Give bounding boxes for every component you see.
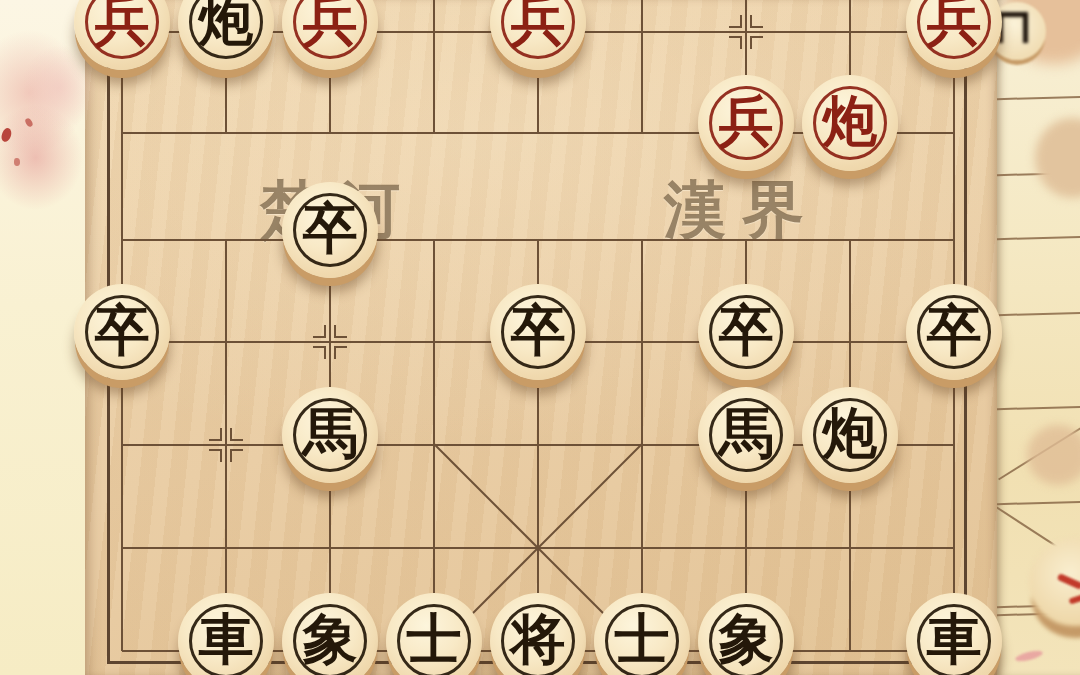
piece-glyph: 将 [511, 612, 566, 667]
piece-glyph: 炮 [823, 406, 878, 461]
piece-black[interactable]: 馬 [698, 387, 794, 483]
piece-glyph: 兵 [719, 94, 774, 149]
blurred-glyph [998, 12, 1028, 43]
piece-black[interactable]: 卒 [906, 284, 1002, 380]
piece-black[interactable]: 卒 [698, 284, 794, 380]
piece-glyph: 馬 [719, 406, 774, 461]
blurred-hand [1027, 425, 1080, 485]
piece-black[interactable]: 車 [906, 593, 1002, 675]
piece-red[interactable]: 炮 [802, 75, 898, 171]
piece-black[interactable]: 炮 [802, 387, 898, 483]
piece-glyph: 車 [199, 612, 254, 667]
piece-glyph: 卒 [95, 303, 150, 358]
piece-glyph: 卒 [719, 303, 774, 358]
piece-glyph: 炮 [823, 94, 878, 149]
piece-glyph: 象 [303, 612, 358, 667]
background-board-line [997, 236, 1080, 240]
piece-black[interactable]: 卒 [282, 182, 378, 278]
piece-black[interactable]: 馬 [282, 387, 378, 483]
petal [1014, 649, 1043, 664]
piece-glyph: 炮 [199, 0, 254, 48]
piece-black[interactable]: 象 [698, 593, 794, 675]
piece-glyph: 兵 [927, 0, 982, 48]
piece-black[interactable]: 象 [282, 593, 378, 675]
piece-glyph: 象 [719, 612, 774, 667]
piece-glyph: 卒 [303, 201, 358, 256]
piece-glyph: 兵 [511, 0, 566, 48]
blurred-hand [1035, 118, 1080, 198]
grid-line [641, 0, 643, 133]
piece-black[interactable]: 卒 [74, 284, 170, 380]
point-marker [209, 428, 243, 462]
piece-black[interactable]: 炮 [178, 0, 274, 70]
xiangqi-app-screen: 楚河 漢界 兵炮兵兵兵兵炮卒卒卒卒卒馬馬炮車象士将士象車 [0, 0, 1080, 675]
piece-red[interactable]: 兵 [282, 0, 378, 70]
piece-black[interactable]: 卒 [490, 284, 586, 380]
piece-glyph: 士 [407, 612, 462, 667]
piece-black[interactable]: 車 [178, 593, 274, 675]
flower-bud [14, 158, 20, 166]
background-board-line [997, 96, 1080, 100]
piece-black[interactable]: 士 [594, 593, 690, 675]
background-video-strip [997, 0, 1080, 675]
piece-glyph: 士 [615, 612, 670, 667]
grid-line [433, 0, 435, 133]
piece-glyph: 馬 [303, 406, 358, 461]
left-floral-panel [0, 0, 85, 675]
piece-red[interactable]: 兵 [490, 0, 586, 70]
flower-blob [22, 45, 97, 130]
piece-glyph: 兵 [95, 0, 150, 48]
piece-glyph: 卒 [927, 303, 982, 358]
piece-glyph: 卒 [511, 303, 566, 358]
piece-black[interactable]: 将 [490, 593, 586, 675]
piece-glyph: 車 [927, 612, 982, 667]
background-board-line [997, 501, 1080, 505]
piece-red[interactable]: 兵 [906, 0, 1002, 70]
point-marker [729, 15, 763, 49]
background-board-line [997, 312, 1080, 316]
background-board-line [997, 406, 1080, 410]
point-marker [313, 325, 347, 359]
piece-black[interactable]: 士 [386, 593, 482, 675]
piece-glyph: 兵 [303, 0, 358, 48]
piece-red[interactable]: 兵 [698, 75, 794, 171]
xiangqi-board: 楚河 漢界 兵炮兵兵兵兵炮卒卒卒卒卒馬馬炮車象士将士象車 [85, 0, 997, 675]
